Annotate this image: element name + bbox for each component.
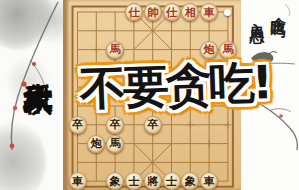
xiangqi-piece-black[interactable]: 炮 (87, 135, 105, 153)
piece-label: 卒 (72, 119, 83, 130)
piece-label: 將 (147, 176, 158, 187)
piece-label: 帥 (147, 7, 158, 18)
piece-label: 象 (110, 176, 121, 187)
piece-label: 士 (128, 176, 139, 187)
piece-label: 炮 (204, 44, 215, 55)
plum-branch-sketch (0, 0, 64, 190)
piece-label: 車 (72, 176, 83, 187)
brand-title-vertical: 大禾象棋 (21, 58, 55, 62)
piece-label: 馬 (222, 44, 233, 55)
piece-label: 兵 (222, 63, 233, 74)
left-ink-panel: 大禾象棋 (0, 0, 64, 190)
xiangqi-piece-black[interactable]: 卒 (69, 116, 87, 134)
last-move-marker (224, 9, 231, 16)
xiangqi-piece-black[interactable]: 士 (125, 172, 143, 190)
xiangqi-piece-red[interactable]: 帥 (144, 3, 162, 21)
xiangqi-piece-red[interactable]: 炮 (200, 41, 218, 59)
piece-label: 馬 (110, 138, 121, 149)
piece-label: 相 (185, 7, 196, 18)
piece-label: 象 (185, 176, 196, 187)
xiangqi-piece-black[interactable]: 象 (106, 172, 124, 190)
piece-label: 士 (166, 176, 177, 187)
piece-label: 仕 (128, 7, 139, 18)
xiangqi-piece-black[interactable]: 車 (200, 172, 218, 190)
piece-label: 馬 (110, 44, 121, 55)
piece-label: 車 (204, 176, 215, 187)
piece-label: 仕 (166, 7, 177, 18)
xiangqi-piece-red[interactable]: 馬 (219, 41, 237, 59)
xiangqi-piece-black[interactable]: 車 (69, 172, 87, 190)
video-thumbnail: 大禾象棋 仕帥仕相車馬炮馬兵卒卒卒炮馬車象士將士象車 贪吃吗 入局思 大 禾 象… (0, 0, 299, 190)
xiangqi-piece-black[interactable]: 將 (144, 172, 162, 190)
piece-label: 車 (204, 7, 215, 18)
xiangqi-piece-red[interactable]: 馬 (106, 41, 124, 59)
xiangqi-piece-black[interactable]: 士 (163, 172, 181, 190)
xiangqi-piece-red[interactable]: 仕 (163, 3, 181, 21)
right-ink-panel: 贪吃吗 入局思 大 禾 象 棋 (241, 0, 299, 190)
piece-label: 卒 (110, 119, 121, 130)
piece-label: 卒 (147, 119, 158, 130)
piece-label: 炮 (91, 138, 102, 149)
xiangqi-piece-black[interactable]: 卒 (106, 116, 124, 134)
xiangqi-board[interactable]: 仕帥仕相車馬炮馬兵卒卒卒炮馬車象士將士象車 (63, 0, 244, 190)
xiangqi-piece-red[interactable]: 仕 (125, 3, 143, 21)
xiangqi-piece-black[interactable]: 卒 (144, 116, 162, 134)
xiangqi-piece-red[interactable]: 車 (200, 3, 218, 21)
bird-branch-sketch (241, 0, 299, 190)
board-grid (66, 0, 244, 190)
xiangqi-piece-black[interactable]: 馬 (106, 135, 124, 153)
